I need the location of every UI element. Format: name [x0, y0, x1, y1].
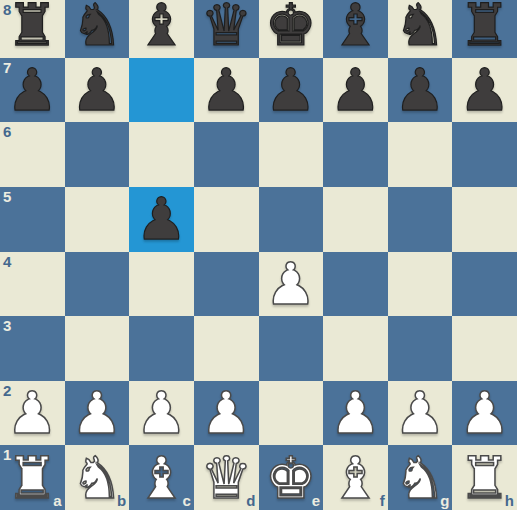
- square-a8[interactable]: ♜8: [0, 0, 65, 58]
- square-c2[interactable]: ♟: [129, 381, 194, 446]
- piece-black-pawn: ♟: [329, 61, 381, 119]
- piece-white-pawn: ♟: [136, 384, 188, 442]
- square-d8[interactable]: ♛: [194, 0, 259, 58]
- piece-white-pawn: ♟: [329, 384, 381, 442]
- rank-label-8: 8: [3, 2, 11, 17]
- square-e1[interactable]: ♚e: [259, 445, 324, 510]
- piece-black-pawn: ♟: [71, 61, 123, 119]
- rank-label-4: 4: [3, 254, 11, 269]
- square-f2[interactable]: ♟: [323, 381, 388, 446]
- piece-white-pawn: ♟: [459, 384, 511, 442]
- square-f4[interactable]: [323, 252, 388, 317]
- piece-black-king: ♚: [265, 0, 317, 54]
- square-a3[interactable]: 3: [0, 316, 65, 381]
- piece-white-queen: ♛: [200, 449, 252, 507]
- piece-black-knight: ♞: [394, 0, 446, 54]
- square-b1[interactable]: ♞b: [65, 445, 130, 510]
- file-label-g: g: [440, 493, 449, 508]
- square-h7[interactable]: ♟: [452, 58, 517, 123]
- square-c3[interactable]: [129, 316, 194, 381]
- square-f5[interactable]: [323, 187, 388, 252]
- piece-white-bishop: ♝: [329, 449, 381, 507]
- file-label-c: c: [183, 493, 191, 508]
- rank-label-3: 3: [3, 318, 11, 333]
- square-d7[interactable]: ♟: [194, 58, 259, 123]
- chess-board: ♜8♞♝♛♚♝♞♜♟7♟♟♟♟♟♟65♟4♟3♟2♟♟♟♟♟♟♜1a♞b♝c♛d…: [0, 0, 517, 510]
- piece-white-bishop: ♝: [136, 449, 188, 507]
- square-e4[interactable]: ♟: [259, 252, 324, 317]
- square-g8[interactable]: ♞: [388, 0, 453, 58]
- piece-black-pawn: ♟: [136, 190, 188, 248]
- piece-white-rook: ♜: [6, 449, 58, 507]
- piece-black-pawn: ♟: [394, 61, 446, 119]
- square-b4[interactable]: [65, 252, 130, 317]
- square-d1[interactable]: ♛d: [194, 445, 259, 510]
- square-f8[interactable]: ♝: [323, 0, 388, 58]
- square-h1[interactable]: ♜h: [452, 445, 517, 510]
- square-h3[interactable]: [452, 316, 517, 381]
- rank-label-2: 2: [3, 383, 11, 398]
- square-a6[interactable]: 6: [0, 122, 65, 187]
- square-b3[interactable]: [65, 316, 130, 381]
- file-label-e: e: [312, 493, 320, 508]
- square-d6[interactable]: [194, 122, 259, 187]
- piece-white-pawn: ♟: [71, 384, 123, 442]
- square-d4[interactable]: [194, 252, 259, 317]
- rank-label-6: 6: [3, 124, 11, 139]
- file-label-f: f: [380, 493, 385, 508]
- square-c4[interactable]: [129, 252, 194, 317]
- square-e2[interactable]: [259, 381, 324, 446]
- square-b6[interactable]: [65, 122, 130, 187]
- square-b2[interactable]: ♟: [65, 381, 130, 446]
- square-g5[interactable]: [388, 187, 453, 252]
- square-e8[interactable]: ♚: [259, 0, 324, 58]
- square-e7[interactable]: ♟: [259, 58, 324, 123]
- piece-white-pawn: ♟: [394, 384, 446, 442]
- piece-black-queen: ♛: [200, 0, 252, 54]
- square-g1[interactable]: ♞g: [388, 445, 453, 510]
- piece-white-pawn: ♟: [6, 384, 58, 442]
- piece-black-bishop: ♝: [329, 0, 381, 54]
- square-c6[interactable]: [129, 122, 194, 187]
- square-b7[interactable]: ♟: [65, 58, 130, 123]
- square-g2[interactable]: ♟: [388, 381, 453, 446]
- piece-white-knight: ♞: [71, 449, 123, 507]
- square-f6[interactable]: [323, 122, 388, 187]
- square-f1[interactable]: ♝f: [323, 445, 388, 510]
- piece-black-knight: ♞: [71, 0, 123, 54]
- square-g4[interactable]: [388, 252, 453, 317]
- rank-label-5: 5: [3, 189, 11, 204]
- square-h4[interactable]: [452, 252, 517, 317]
- piece-black-pawn: ♟: [265, 61, 317, 119]
- file-label-d: d: [246, 493, 255, 508]
- square-g3[interactable]: [388, 316, 453, 381]
- square-a7[interactable]: ♟7: [0, 58, 65, 123]
- file-label-b: b: [117, 493, 126, 508]
- square-h8[interactable]: ♜: [452, 0, 517, 58]
- square-f3[interactable]: [323, 316, 388, 381]
- piece-black-pawn: ♟: [6, 61, 58, 119]
- piece-white-knight: ♞: [394, 449, 446, 507]
- rank-label-7: 7: [3, 60, 11, 75]
- square-e5[interactable]: [259, 187, 324, 252]
- piece-black-bishop: ♝: [136, 0, 188, 54]
- square-e3[interactable]: [259, 316, 324, 381]
- square-d5[interactable]: [194, 187, 259, 252]
- square-d3[interactable]: [194, 316, 259, 381]
- square-e6[interactable]: [259, 122, 324, 187]
- square-c1[interactable]: ♝c: [129, 445, 194, 510]
- square-g7[interactable]: ♟: [388, 58, 453, 123]
- square-c8[interactable]: ♝: [129, 0, 194, 58]
- square-h6[interactable]: [452, 122, 517, 187]
- square-g6[interactable]: [388, 122, 453, 187]
- piece-white-rook: ♜: [459, 449, 511, 507]
- piece-white-king: ♚: [265, 449, 317, 507]
- square-c7[interactable]: [129, 58, 194, 123]
- piece-black-pawn: ♟: [200, 61, 252, 119]
- piece-black-rook: ♜: [459, 0, 511, 54]
- square-h2[interactable]: ♟: [452, 381, 517, 446]
- square-b5[interactable]: [65, 187, 130, 252]
- square-a5[interactable]: 5: [0, 187, 65, 252]
- piece-white-pawn: ♟: [265, 255, 317, 313]
- square-a1[interactable]: ♜1a: [0, 445, 65, 510]
- square-f7[interactable]: ♟: [323, 58, 388, 123]
- chess-board-viewport: ♜8♞♝♛♚♝♞♜♟7♟♟♟♟♟♟65♟4♟3♟2♟♟♟♟♟♟♜1a♞b♝c♛d…: [0, 0, 517, 510]
- square-d2[interactable]: ♟: [194, 381, 259, 446]
- file-label-h: h: [505, 493, 514, 508]
- piece-black-pawn: ♟: [459, 61, 511, 119]
- rank-label-1: 1: [3, 447, 11, 462]
- piece-white-pawn: ♟: [200, 384, 252, 442]
- square-h5[interactable]: [452, 187, 517, 252]
- square-a2[interactable]: ♟2: [0, 381, 65, 446]
- square-a4[interactable]: 4: [0, 252, 65, 317]
- square-b8[interactable]: ♞: [65, 0, 130, 58]
- square-c5[interactable]: ♟: [129, 187, 194, 252]
- file-label-a: a: [53, 493, 61, 508]
- piece-black-rook: ♜: [6, 0, 58, 54]
